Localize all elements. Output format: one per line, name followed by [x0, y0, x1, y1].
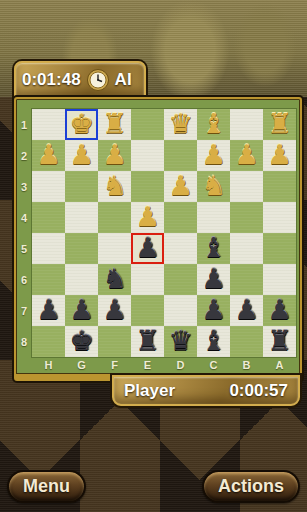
- rank-label-2: 2: [16, 140, 32, 171]
- white-pawn-h2: ♟: [36, 141, 60, 170]
- rank-label-7: 7: [16, 295, 32, 326]
- file-label-e: E: [131, 357, 164, 372]
- square-a4[interactable]: [263, 202, 296, 233]
- square-c5[interactable]: ♝: [197, 233, 230, 264]
- square-g4[interactable]: [65, 202, 98, 233]
- white-pawn-a2: ♟: [267, 141, 291, 170]
- square-e3[interactable]: [131, 171, 164, 202]
- file-label-d: D: [164, 357, 197, 372]
- square-e5[interactable]: ♟: [131, 233, 164, 264]
- white-knight-c3: ♞: [201, 172, 225, 201]
- square-c2[interactable]: ♟: [197, 140, 230, 171]
- black-bishop-c5: ♝: [201, 234, 225, 263]
- rank-label-8: 8: [16, 326, 32, 357]
- square-f7[interactable]: ♟: [98, 295, 131, 326]
- square-h2[interactable]: ♟: [32, 140, 65, 171]
- file-label-a: A: [263, 357, 296, 372]
- ai-time: 0:01:48: [22, 70, 81, 90]
- black-pawn-c7: ♟: [201, 296, 225, 325]
- square-f1[interactable]: ♜: [98, 109, 131, 140]
- rank-label-4: 4: [16, 202, 32, 233]
- white-king-g1: ♚: [69, 110, 93, 139]
- actions-button[interactable]: Actions: [202, 470, 300, 503]
- black-rook-a8: ♜: [267, 327, 291, 356]
- square-h7[interactable]: ♟: [32, 295, 65, 326]
- white-pawn-d3: ♟: [168, 172, 192, 201]
- black-pawn-g7: ♟: [69, 296, 93, 325]
- square-c6[interactable]: ♟: [197, 264, 230, 295]
- square-a7[interactable]: ♟: [263, 295, 296, 326]
- square-c8[interactable]: ♝: [197, 326, 230, 357]
- white-pawn-c2: ♟: [201, 141, 225, 170]
- black-pawn-f7: ♟: [102, 296, 126, 325]
- square-d1[interactable]: ♛: [164, 109, 197, 140]
- black-queen-d8: ♛: [168, 327, 192, 356]
- square-f2[interactable]: ♟: [98, 140, 131, 171]
- white-queen-d1: ♛: [168, 110, 192, 139]
- square-d5[interactable]: [164, 233, 197, 264]
- square-b5[interactable]: [230, 233, 263, 264]
- square-h4[interactable]: [32, 202, 65, 233]
- black-king-g8: ♚: [69, 327, 93, 356]
- white-pawn-f2: ♟: [102, 141, 126, 170]
- square-c7[interactable]: ♟: [197, 295, 230, 326]
- file-labels: HGFEDCBA: [32, 357, 296, 372]
- black-bishop-c8: ♝: [201, 327, 225, 356]
- rank-label-6: 6: [16, 264, 32, 295]
- black-knight-f6: ♞: [102, 265, 126, 294]
- square-b6[interactable]: [230, 264, 263, 295]
- square-c3[interactable]: ♞: [197, 171, 230, 202]
- file-label-b: B: [230, 357, 263, 372]
- square-h5[interactable]: [32, 233, 65, 264]
- square-g6[interactable]: [65, 264, 98, 295]
- square-b3[interactable]: [230, 171, 263, 202]
- white-pawn-g2: ♟: [69, 141, 93, 170]
- square-e1[interactable]: [131, 109, 164, 140]
- rank-label-5: 5: [16, 233, 32, 264]
- square-g5[interactable]: [65, 233, 98, 264]
- white-knight-f3: ♞: [102, 172, 126, 201]
- white-rook-a1: ♜: [267, 110, 291, 139]
- board-grid[interactable]: ♚♜♛♝♜♟♟♟♟♟♟♞♟♞♟♟♝♞♟♟♟♟♟♟♟♚♜♛♝♜: [32, 109, 296, 357]
- square-e7[interactable]: [131, 295, 164, 326]
- square-d2[interactable]: [164, 140, 197, 171]
- menu-button[interactable]: Menu: [7, 470, 86, 503]
- square-f6[interactable]: ♞: [98, 264, 131, 295]
- square-a3[interactable]: [263, 171, 296, 202]
- square-h3[interactable]: [32, 171, 65, 202]
- square-a8[interactable]: ♜: [263, 326, 296, 357]
- rank-label-1: 1: [16, 109, 32, 140]
- square-f4[interactable]: [98, 202, 131, 233]
- square-b8[interactable]: [230, 326, 263, 357]
- chess-board: 12345678 ♚♜♛♝♜♟♟♟♟♟♟♞♟♞♟♟♝♞♟♟♟♟♟♟♟♚♜♛♝♜ …: [14, 97, 302, 381]
- file-label-f: F: [98, 357, 131, 372]
- square-d4[interactable]: [164, 202, 197, 233]
- square-g2[interactable]: ♟: [65, 140, 98, 171]
- square-d7[interactable]: [164, 295, 197, 326]
- square-e4[interactable]: ♟: [131, 202, 164, 233]
- ai-label: AI: [115, 70, 132, 90]
- square-d6[interactable]: [164, 264, 197, 295]
- square-h1[interactable]: [32, 109, 65, 140]
- player-timer-bar: Player 0:00:57: [112, 375, 300, 406]
- square-f3[interactable]: ♞: [98, 171, 131, 202]
- file-label-c: C: [197, 357, 230, 372]
- black-pawn-a7: ♟: [267, 296, 291, 325]
- square-c1[interactable]: ♝: [197, 109, 230, 140]
- player-label: Player: [124, 381, 175, 401]
- square-h6[interactable]: [32, 264, 65, 295]
- square-f8[interactable]: [98, 326, 131, 357]
- square-g8[interactable]: ♚: [65, 326, 98, 357]
- square-h8[interactable]: [32, 326, 65, 357]
- square-e2[interactable]: [131, 140, 164, 171]
- player-time: 0:00:57: [229, 381, 288, 401]
- file-label-h: H: [32, 357, 65, 372]
- black-pawn-h7: ♟: [36, 296, 60, 325]
- square-a2[interactable]: ♟: [263, 140, 296, 171]
- rank-labels: 12345678: [16, 109, 32, 357]
- square-g1[interactable]: ♚: [65, 109, 98, 140]
- clock-icon: [86, 68, 110, 92]
- square-a1[interactable]: ♜: [263, 109, 296, 140]
- white-pawn-b2: ♟: [234, 141, 258, 170]
- rank-label-3: 3: [16, 171, 32, 202]
- ai-timer-bar: 0:01:48 AI: [14, 61, 146, 99]
- black-rook-e8: ♜: [135, 327, 159, 356]
- square-g3[interactable]: [65, 171, 98, 202]
- square-a6[interactable]: [263, 264, 296, 295]
- app-screen: 0:01:48 AI 12345678 ♚♜♛♝♜♟♟♟♟♟♟♞♟♞♟♟♝♞♟♟…: [0, 0, 307, 512]
- square-b4[interactable]: [230, 202, 263, 233]
- square-d8[interactable]: ♛: [164, 326, 197, 357]
- white-rook-f1: ♜: [102, 110, 126, 139]
- square-b2[interactable]: ♟: [230, 140, 263, 171]
- square-e6[interactable]: [131, 264, 164, 295]
- white-bishop-c1: ♝: [201, 110, 225, 139]
- black-pawn-c6: ♟: [201, 265, 225, 294]
- square-b1[interactable]: [230, 109, 263, 140]
- black-pawn-e5: ♟: [135, 234, 159, 263]
- square-b7[interactable]: ♟: [230, 295, 263, 326]
- square-d3[interactable]: ♟: [164, 171, 197, 202]
- square-c4[interactable]: [197, 202, 230, 233]
- square-a5[interactable]: [263, 233, 296, 264]
- square-f5[interactable]: [98, 233, 131, 264]
- square-e8[interactable]: ♜: [131, 326, 164, 357]
- file-label-g: G: [65, 357, 98, 372]
- black-pawn-b7: ♟: [234, 296, 258, 325]
- white-pawn-e4: ♟: [135, 203, 159, 232]
- square-g7[interactable]: ♟: [65, 295, 98, 326]
